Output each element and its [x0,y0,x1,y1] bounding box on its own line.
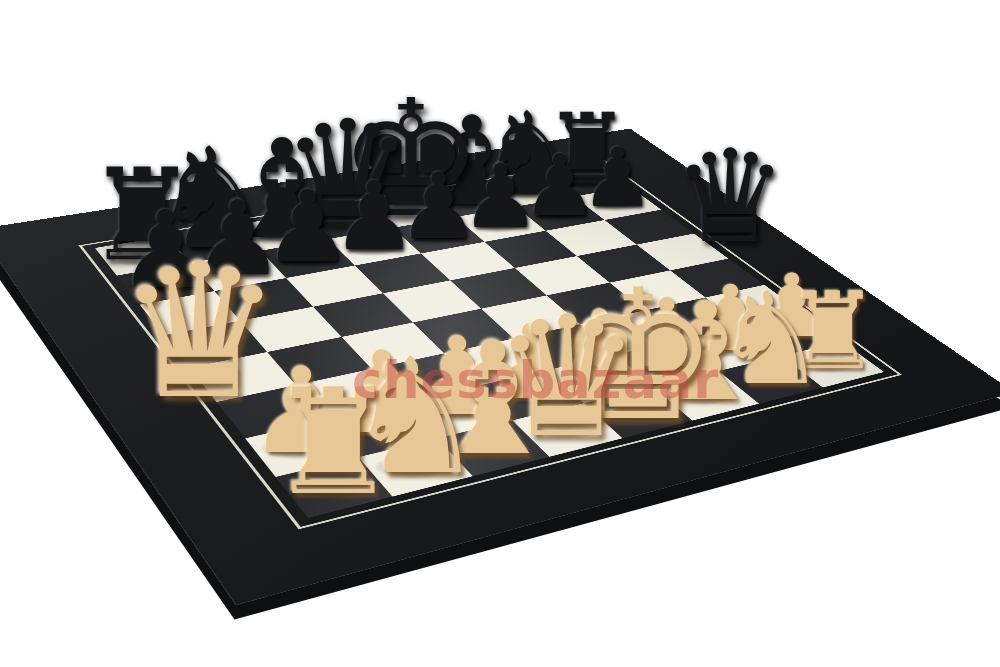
piece-white-rook-a1: ♜ [268,368,399,514]
piece-black-queen-extra: ♛ [673,133,788,261]
pieces-layer: ♜♞♝♟♚♟♛♟♝♟♛♞♟♜♟♟♟♟♟♟♜♟♞♛♟♝♟♚♟♛♝♟♞♜ [0,0,1000,667]
product-photo: ♜♞♝♟♚♟♛♟♝♟♛♞♟♜♟♟♟♟♟♟♜♟♞♛♟♝♟♚♟♛♝♟♞♜ chess… [0,0,1000,667]
chessboard-scene: ♜♞♝♟♚♟♛♟♝♟♛♞♟♜♟♟♟♟♟♟♜♟♞♛♟♝♟♚♟♛♝♟♞♜ chess… [0,0,1000,667]
